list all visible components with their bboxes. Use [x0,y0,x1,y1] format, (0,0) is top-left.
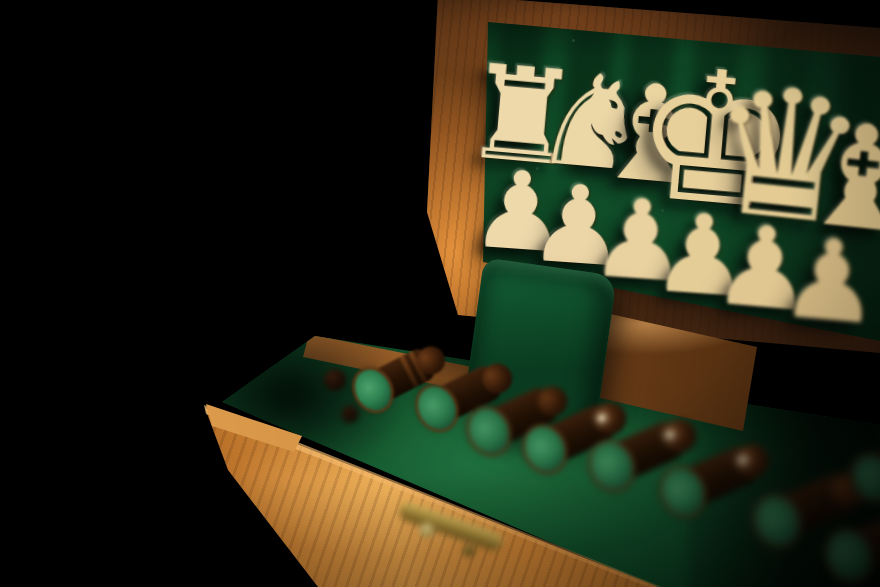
black-piece-knob [341,405,359,423]
black-piece-knob [324,369,346,391]
chess-box-photo: ♜♞♝♚♛♝♟♟♟♟♟♟ [0,0,880,587]
